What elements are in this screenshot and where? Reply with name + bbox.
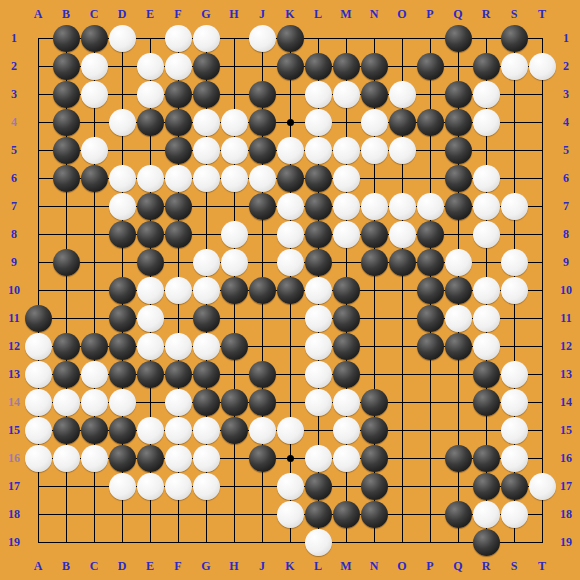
point-H3[interactable] [220,80,248,108]
point-O6[interactable] [388,164,416,192]
point-S19[interactable] [500,528,528,556]
point-N18[interactable] [360,500,388,528]
point-B3[interactable] [52,80,80,108]
point-C10[interactable] [80,276,108,304]
point-A4[interactable] [24,108,52,136]
point-H14[interactable] [220,388,248,416]
point-T18[interactable] [528,500,556,528]
point-F2[interactable] [164,52,192,80]
point-P4[interactable] [416,108,444,136]
point-F16[interactable] [164,444,192,472]
point-T15[interactable] [528,416,556,444]
point-K8[interactable] [276,220,304,248]
point-Q4[interactable] [444,108,472,136]
point-T4[interactable] [528,108,556,136]
point-C12[interactable] [80,332,108,360]
point-M16[interactable] [332,444,360,472]
point-G12[interactable] [192,332,220,360]
point-S15[interactable] [500,416,528,444]
point-L16[interactable] [304,444,332,472]
point-E14[interactable] [136,388,164,416]
point-P7[interactable] [416,192,444,220]
point-E3[interactable] [136,80,164,108]
point-A8[interactable] [24,220,52,248]
point-R1[interactable] [472,24,500,52]
point-R18[interactable] [472,500,500,528]
point-C9[interactable] [80,248,108,276]
point-R10[interactable] [472,276,500,304]
point-D12[interactable] [108,332,136,360]
point-F1[interactable] [164,24,192,52]
point-O11[interactable] [388,304,416,332]
point-E6[interactable] [136,164,164,192]
point-S8[interactable] [500,220,528,248]
point-F4[interactable] [164,108,192,136]
point-S18[interactable] [500,500,528,528]
point-Q10[interactable] [444,276,472,304]
point-R9[interactable] [472,248,500,276]
point-J7[interactable] [248,192,276,220]
point-M8[interactable] [332,220,360,248]
point-G16[interactable] [192,444,220,472]
point-R2[interactable] [472,52,500,80]
point-F5[interactable] [164,136,192,164]
point-R7[interactable] [472,192,500,220]
point-R5[interactable] [472,136,500,164]
point-H19[interactable] [220,528,248,556]
point-H1[interactable] [220,24,248,52]
point-B10[interactable] [52,276,80,304]
point-H2[interactable] [220,52,248,80]
point-S4[interactable] [500,108,528,136]
point-Q13[interactable] [444,360,472,388]
point-C4[interactable] [80,108,108,136]
point-B15[interactable] [52,416,80,444]
point-P10[interactable] [416,276,444,304]
point-H13[interactable] [220,360,248,388]
point-N4[interactable] [360,108,388,136]
point-B9[interactable] [52,248,80,276]
point-F13[interactable] [164,360,192,388]
point-B8[interactable] [52,220,80,248]
point-N15[interactable] [360,416,388,444]
point-O17[interactable] [388,472,416,500]
point-E5[interactable] [136,136,164,164]
point-T11[interactable] [528,304,556,332]
point-D4[interactable] [108,108,136,136]
point-M12[interactable] [332,332,360,360]
point-S9[interactable] [500,248,528,276]
point-A11[interactable] [24,304,52,332]
point-O7[interactable] [388,192,416,220]
point-R4[interactable] [472,108,500,136]
point-G15[interactable] [192,416,220,444]
point-S14[interactable] [500,388,528,416]
point-G7[interactable] [192,192,220,220]
point-B12[interactable] [52,332,80,360]
point-Q18[interactable] [444,500,472,528]
point-A9[interactable] [24,248,52,276]
point-A5[interactable] [24,136,52,164]
point-K14[interactable] [276,388,304,416]
point-B19[interactable] [52,528,80,556]
point-T3[interactable] [528,80,556,108]
point-B17[interactable] [52,472,80,500]
point-H17[interactable] [220,472,248,500]
point-M10[interactable] [332,276,360,304]
point-G2[interactable] [192,52,220,80]
point-O2[interactable] [388,52,416,80]
point-P2[interactable] [416,52,444,80]
point-A2[interactable] [24,52,52,80]
point-E10[interactable] [136,276,164,304]
point-B1[interactable] [52,24,80,52]
point-J5[interactable] [248,136,276,164]
point-D18[interactable] [108,500,136,528]
point-G19[interactable] [192,528,220,556]
point-O1[interactable] [388,24,416,52]
point-M6[interactable] [332,164,360,192]
point-P8[interactable] [416,220,444,248]
point-G10[interactable] [192,276,220,304]
point-E2[interactable] [136,52,164,80]
point-P13[interactable] [416,360,444,388]
point-E19[interactable] [136,528,164,556]
point-D9[interactable] [108,248,136,276]
point-N7[interactable] [360,192,388,220]
point-K1[interactable] [276,24,304,52]
point-D10[interactable] [108,276,136,304]
point-J15[interactable] [248,416,276,444]
point-L4[interactable] [304,108,332,136]
point-T7[interactable] [528,192,556,220]
point-H5[interactable] [220,136,248,164]
point-D5[interactable] [108,136,136,164]
point-C19[interactable] [80,528,108,556]
point-J9[interactable] [248,248,276,276]
point-R12[interactable] [472,332,500,360]
point-Q14[interactable] [444,388,472,416]
point-O16[interactable] [388,444,416,472]
point-Q12[interactable] [444,332,472,360]
point-E17[interactable] [136,472,164,500]
point-H9[interactable] [220,248,248,276]
point-O15[interactable] [388,416,416,444]
point-N8[interactable] [360,220,388,248]
point-E13[interactable] [136,360,164,388]
point-P18[interactable] [416,500,444,528]
point-C6[interactable] [80,164,108,192]
point-T6[interactable] [528,164,556,192]
point-K10[interactable] [276,276,304,304]
point-J4[interactable] [248,108,276,136]
point-N11[interactable] [360,304,388,332]
point-A3[interactable] [24,80,52,108]
point-K19[interactable] [276,528,304,556]
point-G14[interactable] [192,388,220,416]
point-N3[interactable] [360,80,388,108]
point-O19[interactable] [388,528,416,556]
point-T8[interactable] [528,220,556,248]
point-C14[interactable] [80,388,108,416]
point-P17[interactable] [416,472,444,500]
point-T13[interactable] [528,360,556,388]
point-B6[interactable] [52,164,80,192]
point-B5[interactable] [52,136,80,164]
point-S13[interactable] [500,360,528,388]
point-H15[interactable] [220,416,248,444]
point-N17[interactable] [360,472,388,500]
point-L3[interactable] [304,80,332,108]
point-M15[interactable] [332,416,360,444]
point-D13[interactable] [108,360,136,388]
point-N6[interactable] [360,164,388,192]
point-D19[interactable] [108,528,136,556]
point-M14[interactable] [332,388,360,416]
point-L11[interactable] [304,304,332,332]
point-F9[interactable] [164,248,192,276]
point-K15[interactable] [276,416,304,444]
point-K3[interactable] [276,80,304,108]
point-J14[interactable] [248,388,276,416]
go-board[interactable] [24,24,556,556]
point-F19[interactable] [164,528,192,556]
point-S10[interactable] [500,276,528,304]
point-N5[interactable] [360,136,388,164]
point-A15[interactable] [24,416,52,444]
point-D11[interactable] [108,304,136,332]
point-S11[interactable] [500,304,528,332]
point-D17[interactable] [108,472,136,500]
point-E16[interactable] [136,444,164,472]
point-D7[interactable] [108,192,136,220]
point-L1[interactable] [304,24,332,52]
point-F6[interactable] [164,164,192,192]
point-C18[interactable] [80,500,108,528]
point-C5[interactable] [80,136,108,164]
point-L5[interactable] [304,136,332,164]
point-C3[interactable] [80,80,108,108]
point-S5[interactable] [500,136,528,164]
point-O13[interactable] [388,360,416,388]
point-P1[interactable] [416,24,444,52]
point-N16[interactable] [360,444,388,472]
point-H10[interactable] [220,276,248,304]
point-D16[interactable] [108,444,136,472]
point-M11[interactable] [332,304,360,332]
point-T16[interactable] [528,444,556,472]
point-M1[interactable] [332,24,360,52]
point-K5[interactable] [276,136,304,164]
point-E8[interactable] [136,220,164,248]
point-F12[interactable] [164,332,192,360]
point-F17[interactable] [164,472,192,500]
point-L8[interactable] [304,220,332,248]
point-N9[interactable] [360,248,388,276]
point-Q11[interactable] [444,304,472,332]
point-S17[interactable] [500,472,528,500]
point-T1[interactable] [528,24,556,52]
point-C11[interactable] [80,304,108,332]
point-K17[interactable] [276,472,304,500]
point-A18[interactable] [24,500,52,528]
point-R8[interactable] [472,220,500,248]
point-R6[interactable] [472,164,500,192]
point-G4[interactable] [192,108,220,136]
point-J11[interactable] [248,304,276,332]
point-C15[interactable] [80,416,108,444]
point-N19[interactable] [360,528,388,556]
point-L17[interactable] [304,472,332,500]
point-P15[interactable] [416,416,444,444]
point-S16[interactable] [500,444,528,472]
point-A16[interactable] [24,444,52,472]
point-N13[interactable] [360,360,388,388]
point-G17[interactable] [192,472,220,500]
point-T2[interactable] [528,52,556,80]
point-P3[interactable] [416,80,444,108]
point-A13[interactable] [24,360,52,388]
point-F3[interactable] [164,80,192,108]
point-Q17[interactable] [444,472,472,500]
point-L13[interactable] [304,360,332,388]
point-K18[interactable] [276,500,304,528]
point-G9[interactable] [192,248,220,276]
point-G13[interactable] [192,360,220,388]
point-R15[interactable] [472,416,500,444]
point-B14[interactable] [52,388,80,416]
point-A12[interactable] [24,332,52,360]
point-A14[interactable] [24,388,52,416]
point-Q1[interactable] [444,24,472,52]
point-Q7[interactable] [444,192,472,220]
point-N14[interactable] [360,388,388,416]
point-P11[interactable] [416,304,444,332]
point-C16[interactable] [80,444,108,472]
point-Q9[interactable] [444,248,472,276]
point-E12[interactable] [136,332,164,360]
point-J6[interactable] [248,164,276,192]
point-J8[interactable] [248,220,276,248]
point-A19[interactable] [24,528,52,556]
point-H18[interactable] [220,500,248,528]
point-B13[interactable] [52,360,80,388]
point-K12[interactable] [276,332,304,360]
point-O3[interactable] [388,80,416,108]
point-D3[interactable] [108,80,136,108]
point-S7[interactable] [500,192,528,220]
point-R17[interactable] [472,472,500,500]
point-E1[interactable] [136,24,164,52]
point-G18[interactable] [192,500,220,528]
point-H7[interactable] [220,192,248,220]
point-C7[interactable] [80,192,108,220]
point-M7[interactable] [332,192,360,220]
point-B7[interactable] [52,192,80,220]
point-D8[interactable] [108,220,136,248]
point-O9[interactable] [388,248,416,276]
point-C1[interactable] [80,24,108,52]
point-H12[interactable] [220,332,248,360]
point-L7[interactable] [304,192,332,220]
point-J1[interactable] [248,24,276,52]
point-Q8[interactable] [444,220,472,248]
point-F14[interactable] [164,388,192,416]
point-G6[interactable] [192,164,220,192]
point-A6[interactable] [24,164,52,192]
point-P9[interactable] [416,248,444,276]
point-K4[interactable] [276,108,304,136]
point-H4[interactable] [220,108,248,136]
point-P12[interactable] [416,332,444,360]
point-M19[interactable] [332,528,360,556]
point-C17[interactable] [80,472,108,500]
point-M18[interactable] [332,500,360,528]
point-L14[interactable] [304,388,332,416]
point-S12[interactable] [500,332,528,360]
point-D2[interactable] [108,52,136,80]
point-L19[interactable] [304,528,332,556]
point-T19[interactable] [528,528,556,556]
point-G1[interactable] [192,24,220,52]
point-P5[interactable] [416,136,444,164]
point-M9[interactable] [332,248,360,276]
point-G5[interactable] [192,136,220,164]
point-S2[interactable] [500,52,528,80]
point-F7[interactable] [164,192,192,220]
point-S6[interactable] [500,164,528,192]
point-B4[interactable] [52,108,80,136]
point-E11[interactable] [136,304,164,332]
point-Q5[interactable] [444,136,472,164]
point-F10[interactable] [164,276,192,304]
point-O14[interactable] [388,388,416,416]
point-B11[interactable] [52,304,80,332]
point-J13[interactable] [248,360,276,388]
point-J18[interactable] [248,500,276,528]
point-J17[interactable] [248,472,276,500]
point-R11[interactable] [472,304,500,332]
point-Q2[interactable] [444,52,472,80]
point-O5[interactable] [388,136,416,164]
point-K13[interactable] [276,360,304,388]
point-K9[interactable] [276,248,304,276]
point-T9[interactable] [528,248,556,276]
point-T10[interactable] [528,276,556,304]
point-H6[interactable] [220,164,248,192]
point-G3[interactable] [192,80,220,108]
point-E4[interactable] [136,108,164,136]
point-K2[interactable] [276,52,304,80]
point-L6[interactable] [304,164,332,192]
point-C2[interactable] [80,52,108,80]
point-C8[interactable] [80,220,108,248]
point-F15[interactable] [164,416,192,444]
point-J2[interactable] [248,52,276,80]
point-Q15[interactable] [444,416,472,444]
point-R14[interactable] [472,388,500,416]
point-O10[interactable] [388,276,416,304]
point-B2[interactable] [52,52,80,80]
point-O12[interactable] [388,332,416,360]
point-J10[interactable] [248,276,276,304]
point-L2[interactable] [304,52,332,80]
point-H8[interactable] [220,220,248,248]
point-F8[interactable] [164,220,192,248]
point-A10[interactable] [24,276,52,304]
point-J12[interactable] [248,332,276,360]
point-E15[interactable] [136,416,164,444]
